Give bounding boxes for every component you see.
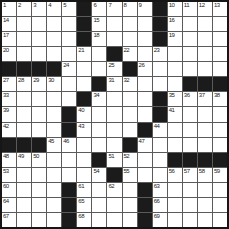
white-square-r10c11[interactable] <box>153 138 167 152</box>
clue-number-50: 50 <box>33 153 39 159</box>
white-square-r12c1[interactable]: 53 <box>2 168 16 182</box>
white-square-r1c7[interactable]: 6 <box>92 2 106 16</box>
white-square-r13c14[interactable] <box>198 183 212 197</box>
white-square-r8c15[interactable] <box>213 107 227 121</box>
white-square-r7c8[interactable] <box>107 92 121 106</box>
crossword-grid: 1234567891011121314151617181920212223242… <box>0 0 229 229</box>
white-square-r7c4[interactable] <box>47 92 61 106</box>
white-square-r15c14[interactable] <box>198 213 212 227</box>
white-square-r1c5[interactable]: 5 <box>62 2 76 16</box>
clue-number-42: 42 <box>3 123 9 129</box>
black-square-r5c3 <box>32 62 46 76</box>
white-square-r11c10[interactable] <box>138 153 152 167</box>
clue-number-61: 61 <box>78 183 84 189</box>
clue-number-49: 49 <box>18 153 24 159</box>
white-square-r13c3[interactable] <box>32 183 46 197</box>
black-square-r10c9 <box>123 138 137 152</box>
white-square-r5c13[interactable] <box>183 62 197 76</box>
white-square-r7c14[interactable]: 37 <box>198 92 212 106</box>
white-square-r1c9[interactable]: 8 <box>123 2 137 16</box>
white-square-r15c12[interactable] <box>168 213 182 227</box>
white-square-r2c1[interactable]: 14 <box>2 17 16 31</box>
white-square-r7c13[interactable]: 36 <box>183 92 197 106</box>
clue-number-26: 26 <box>139 62 145 68</box>
white-square-r3c15[interactable] <box>213 32 227 46</box>
black-square-r14c10 <box>138 198 152 212</box>
white-square-r3c4[interactable] <box>47 32 61 46</box>
clue-number-48: 48 <box>3 153 9 159</box>
white-square-r4c11[interactable]: 23 <box>153 47 167 61</box>
clue-number-38: 38 <box>214 92 220 98</box>
clue-number-43: 43 <box>78 123 84 129</box>
clue-number-4: 4 <box>48 2 51 8</box>
white-square-r5c14[interactable] <box>198 62 212 76</box>
white-square-r14c12[interactable] <box>168 198 182 212</box>
black-square-r11c12 <box>168 153 182 167</box>
white-square-r2c8[interactable] <box>107 17 121 31</box>
white-square-r13c8[interactable]: 62 <box>107 183 121 197</box>
white-square-r8c12[interactable]: 41 <box>168 107 182 121</box>
white-square-r15c7[interactable] <box>92 213 106 227</box>
white-square-r15c6[interactable]: 68 <box>77 213 91 227</box>
white-square-r8c4[interactable] <box>47 107 61 121</box>
white-square-r14c4[interactable] <box>47 198 61 212</box>
white-square-r5c7[interactable] <box>92 62 106 76</box>
white-square-r5c6[interactable] <box>77 62 91 76</box>
white-square-r3c13[interactable] <box>183 32 197 46</box>
white-square-r9c11[interactable]: 44 <box>153 123 167 137</box>
black-square-r5c9 <box>123 62 137 76</box>
white-square-r8c10[interactable] <box>138 107 152 121</box>
white-square-r9c14[interactable] <box>198 123 212 137</box>
clue-number-32: 32 <box>124 77 130 83</box>
white-square-r10c4[interactable]: 45 <box>47 138 61 152</box>
white-square-r15c2[interactable] <box>17 213 31 227</box>
white-square-r4c6[interactable]: 21 <box>77 47 91 61</box>
clue-number-1: 1 <box>3 2 6 8</box>
white-square-r14c7[interactable] <box>92 198 106 212</box>
white-square-r11c3[interactable]: 50 <box>32 153 46 167</box>
white-square-r15c11[interactable]: 69 <box>153 213 167 227</box>
white-square-r15c3[interactable] <box>32 213 46 227</box>
white-square-r2c15[interactable] <box>213 17 227 31</box>
white-square-r11c8[interactable]: 51 <box>107 153 121 167</box>
white-square-r15c8[interactable] <box>107 213 121 227</box>
white-square-r3c10[interactable] <box>138 32 152 46</box>
white-square-r4c5[interactable] <box>62 47 76 61</box>
black-square-r10c1 <box>2 138 16 152</box>
white-square-r7c12[interactable]: 35 <box>168 92 182 106</box>
black-square-r6c7 <box>92 77 106 91</box>
white-square-r2c7[interactable]: 15 <box>92 17 106 31</box>
white-square-r2c5[interactable] <box>62 17 76 31</box>
white-square-r9c7[interactable] <box>92 123 106 137</box>
black-square-r12c8 <box>107 168 121 182</box>
clue-number-19: 19 <box>169 32 175 38</box>
white-square-r5c12[interactable] <box>168 62 182 76</box>
white-square-r5c15[interactable] <box>213 62 227 76</box>
white-square-r4c14[interactable] <box>198 47 212 61</box>
white-square-r3c7[interactable]: 18 <box>92 32 106 46</box>
white-square-r6c3[interactable]: 29 <box>32 77 46 91</box>
white-square-r15c4[interactable] <box>47 213 61 227</box>
white-square-r10c7[interactable] <box>92 138 106 152</box>
white-square-r1c10[interactable]: 9 <box>138 2 152 16</box>
white-square-r1c15[interactable]: 13 <box>213 2 227 16</box>
white-square-r4c10[interactable] <box>138 47 152 61</box>
white-square-r2c4[interactable] <box>47 17 61 31</box>
black-square-r11c14 <box>198 153 212 167</box>
white-square-r3c8[interactable] <box>107 32 121 46</box>
white-square-r6c4[interactable]: 30 <box>47 77 61 91</box>
white-square-r7c7[interactable]: 34 <box>92 92 106 106</box>
clue-number-5: 5 <box>63 2 66 8</box>
white-square-r13c6[interactable]: 61 <box>77 183 91 197</box>
clue-number-12: 12 <box>199 2 205 8</box>
white-square-r14c2[interactable] <box>17 198 31 212</box>
black-square-r13c10 <box>138 183 152 197</box>
white-square-r13c15[interactable] <box>213 183 227 197</box>
white-square-r10c12[interactable] <box>168 138 182 152</box>
white-square-r6c2[interactable]: 28 <box>17 77 31 91</box>
white-square-r14c13[interactable] <box>183 198 197 212</box>
white-square-r2c9[interactable] <box>123 17 137 31</box>
white-square-r13c7[interactable] <box>92 183 106 197</box>
white-square-r10c6[interactable] <box>77 138 91 152</box>
clue-number-53: 53 <box>3 168 9 174</box>
white-square-r12c9[interactable]: 55 <box>123 168 137 182</box>
clue-number-47: 47 <box>139 138 145 144</box>
clue-number-27: 27 <box>3 77 9 83</box>
white-square-r7c2[interactable] <box>17 92 31 106</box>
white-square-r7c5[interactable] <box>62 92 76 106</box>
clue-number-52: 52 <box>124 153 130 159</box>
white-square-r5c5[interactable]: 24 <box>62 62 76 76</box>
clue-number-7: 7 <box>108 2 111 8</box>
clue-number-66: 66 <box>154 198 160 204</box>
white-square-r13c1[interactable]: 60 <box>2 183 16 197</box>
clue-number-63: 63 <box>154 183 160 189</box>
clue-number-10: 10 <box>169 2 175 8</box>
clue-number-45: 45 <box>48 138 54 144</box>
clue-number-30: 30 <box>48 77 54 83</box>
white-square-r6c11[interactable] <box>153 77 167 91</box>
black-square-r14c5 <box>62 198 76 212</box>
white-square-r8c6[interactable]: 40 <box>77 107 91 121</box>
white-square-r7c10[interactable] <box>138 92 152 106</box>
white-square-r4c4[interactable] <box>47 47 61 61</box>
white-square-r14c6[interactable]: 65 <box>77 198 91 212</box>
clue-number-64: 64 <box>3 198 9 204</box>
clue-number-9: 9 <box>139 2 142 8</box>
white-square-r9c4[interactable] <box>47 123 61 137</box>
white-square-r6c8[interactable]: 31 <box>107 77 121 91</box>
clue-number-59: 59 <box>214 168 220 174</box>
clue-number-29: 29 <box>33 77 39 83</box>
black-square-r15c5 <box>62 213 76 227</box>
clue-number-33: 33 <box>3 92 9 98</box>
white-square-r1c14[interactable]: 12 <box>198 2 212 16</box>
clue-number-69: 69 <box>154 213 160 219</box>
white-square-r3c2[interactable] <box>17 32 31 46</box>
white-square-r9c6[interactable]: 43 <box>77 123 91 137</box>
clue-number-22: 22 <box>124 47 130 53</box>
white-square-r7c1[interactable]: 33 <box>2 92 16 106</box>
clue-number-15: 15 <box>93 17 99 23</box>
black-square-r9c5 <box>62 123 76 137</box>
white-square-r7c15[interactable]: 38 <box>213 92 227 106</box>
white-square-r6c10[interactable] <box>138 77 152 91</box>
white-square-r12c7[interactable]: 54 <box>92 168 106 182</box>
clue-number-51: 51 <box>108 153 114 159</box>
white-square-r10c15[interactable] <box>213 138 227 152</box>
white-square-r4c15[interactable] <box>213 47 227 61</box>
white-square-r7c9[interactable] <box>123 92 137 106</box>
white-square-r2c14[interactable] <box>198 17 212 31</box>
white-square-r1c12[interactable]: 10 <box>168 2 182 16</box>
black-square-r11c13 <box>183 153 197 167</box>
white-square-r5c10[interactable]: 26 <box>138 62 152 76</box>
white-square-r9c13[interactable] <box>183 123 197 137</box>
clue-number-16: 16 <box>169 17 175 23</box>
white-square-r13c2[interactable] <box>17 183 31 197</box>
white-square-r6c12[interactable] <box>168 77 182 91</box>
white-square-r1c4[interactable]: 4 <box>47 2 61 16</box>
white-square-r13c11[interactable]: 63 <box>153 183 167 197</box>
white-square-r12c4[interactable] <box>47 168 61 182</box>
white-square-r11c9[interactable]: 52 <box>123 153 137 167</box>
clue-number-34: 34 <box>93 92 99 98</box>
white-square-r2c3[interactable] <box>32 17 46 31</box>
white-square-r14c9[interactable] <box>123 198 137 212</box>
clue-number-6: 6 <box>93 2 96 8</box>
black-square-r5c2 <box>17 62 31 76</box>
black-square-r10c2 <box>17 138 31 152</box>
clue-number-3: 3 <box>33 2 36 8</box>
white-square-r8c13[interactable] <box>183 107 197 121</box>
white-square-r1c3[interactable]: 3 <box>32 2 46 16</box>
clue-number-60: 60 <box>3 183 9 189</box>
black-square-r3c11 <box>153 32 167 46</box>
white-square-r1c13[interactable]: 11 <box>183 2 197 16</box>
black-square-r2c11 <box>153 17 167 31</box>
white-square-r4c3[interactable] <box>32 47 46 61</box>
white-square-r4c2[interactable] <box>17 47 31 61</box>
black-square-r3c6 <box>77 32 91 46</box>
white-square-r11c1[interactable]: 48 <box>2 153 16 167</box>
white-square-r2c10[interactable] <box>138 17 152 31</box>
white-square-r10c5[interactable]: 46 <box>62 138 76 152</box>
white-square-r3c14[interactable] <box>198 32 212 46</box>
clue-number-57: 57 <box>184 168 190 174</box>
black-square-r6c15 <box>213 77 227 91</box>
clue-number-40: 40 <box>78 107 84 113</box>
clue-number-8: 8 <box>124 2 127 8</box>
clue-number-44: 44 <box>154 123 160 129</box>
white-square-r11c6[interactable] <box>77 153 91 167</box>
black-square-r5c4 <box>47 62 61 76</box>
white-square-r13c4[interactable] <box>47 183 61 197</box>
white-square-r4c12[interactable] <box>168 47 182 61</box>
white-square-r14c1[interactable]: 64 <box>2 198 16 212</box>
white-square-r5c8[interactable]: 25 <box>107 62 121 76</box>
clue-number-18: 18 <box>93 32 99 38</box>
white-square-r6c5[interactable] <box>62 77 76 91</box>
white-square-r11c11[interactable] <box>153 153 167 167</box>
white-square-r13c9[interactable] <box>123 183 137 197</box>
white-square-r6c6[interactable] <box>77 77 91 91</box>
white-square-r8c2[interactable] <box>17 107 31 121</box>
white-square-r9c1[interactable]: 42 <box>2 123 16 137</box>
black-square-r7c11 <box>153 92 167 106</box>
white-square-r3c3[interactable] <box>32 32 46 46</box>
black-square-r9c10 <box>138 123 152 137</box>
white-square-r11c2[interactable]: 49 <box>17 153 31 167</box>
clue-number-54: 54 <box>93 168 99 174</box>
black-square-r2c6 <box>77 17 91 31</box>
white-square-r13c12[interactable] <box>168 183 182 197</box>
white-square-r12c10[interactable] <box>138 168 152 182</box>
clue-number-24: 24 <box>63 62 69 68</box>
black-square-r1c6 <box>77 2 91 16</box>
white-square-r13c13[interactable] <box>183 183 197 197</box>
white-square-r6c1[interactable]: 27 <box>2 77 16 91</box>
clue-number-25: 25 <box>108 62 114 68</box>
black-square-r7c6 <box>77 92 91 106</box>
clue-number-55: 55 <box>124 168 130 174</box>
black-square-r15c10 <box>138 213 152 227</box>
clue-number-36: 36 <box>184 92 190 98</box>
white-square-r10c13[interactable] <box>183 138 197 152</box>
clue-number-41: 41 <box>169 107 175 113</box>
white-square-r12c14[interactable]: 58 <box>198 168 212 182</box>
white-square-r9c15[interactable] <box>213 123 227 137</box>
clue-number-62: 62 <box>108 183 114 189</box>
white-square-r11c4[interactable] <box>47 153 61 167</box>
white-square-r10c8[interactable] <box>107 138 121 152</box>
black-square-r8c5 <box>62 107 76 121</box>
white-square-r4c13[interactable] <box>183 47 197 61</box>
white-square-r3c9[interactable] <box>123 32 137 46</box>
clue-number-65: 65 <box>78 198 84 204</box>
white-square-r4c7[interactable] <box>92 47 106 61</box>
clue-number-67: 67 <box>3 213 9 219</box>
black-square-r11c15 <box>213 153 227 167</box>
white-square-r12c3[interactable] <box>32 168 46 182</box>
white-square-r8c3[interactable] <box>32 107 46 121</box>
white-square-r12c11[interactable] <box>153 168 167 182</box>
white-square-r12c15[interactable]: 59 <box>213 168 227 182</box>
white-square-r4c9[interactable]: 22 <box>123 47 137 61</box>
white-square-r3c5[interactable] <box>62 32 76 46</box>
white-square-r7c3[interactable] <box>32 92 46 106</box>
white-square-r1c1[interactable]: 1 <box>2 2 16 16</box>
black-square-r8c11 <box>153 107 167 121</box>
clue-number-23: 23 <box>154 47 160 53</box>
black-square-r6c13 <box>183 77 197 91</box>
white-square-r6c9[interactable]: 32 <box>123 77 137 91</box>
white-square-r2c2[interactable] <box>17 17 31 31</box>
white-square-r2c13[interactable] <box>183 17 197 31</box>
clue-number-39: 39 <box>3 107 9 113</box>
white-square-r12c2[interactable] <box>17 168 31 182</box>
clue-number-13: 13 <box>214 2 220 8</box>
white-square-r12c5[interactable] <box>62 168 76 182</box>
black-square-r4c8 <box>107 47 121 61</box>
white-square-r8c9[interactable] <box>123 107 137 121</box>
white-square-r9c9[interactable] <box>123 123 137 137</box>
white-square-r12c12[interactable]: 56 <box>168 168 182 182</box>
white-square-r10c10[interactable]: 47 <box>138 138 152 152</box>
clue-number-56: 56 <box>169 168 175 174</box>
clue-number-37: 37 <box>199 92 205 98</box>
white-square-r3c1[interactable]: 17 <box>2 32 16 46</box>
white-square-r15c9[interactable] <box>123 213 137 227</box>
white-square-r12c6[interactable] <box>77 168 91 182</box>
white-square-r1c2[interactable]: 2 <box>17 2 31 16</box>
white-square-r5c11[interactable] <box>153 62 167 76</box>
white-square-r14c8[interactable] <box>107 198 121 212</box>
white-square-r9c2[interactable] <box>17 123 31 137</box>
white-square-r14c15[interactable] <box>213 198 227 212</box>
white-square-r15c13[interactable] <box>183 213 197 227</box>
white-square-r14c3[interactable] <box>32 198 46 212</box>
black-square-r1c11 <box>153 2 167 16</box>
black-square-r5c1 <box>2 62 16 76</box>
black-square-r11c7 <box>92 153 106 167</box>
black-square-r10c3 <box>32 138 46 152</box>
white-square-r8c1[interactable]: 39 <box>2 107 16 121</box>
clue-number-28: 28 <box>18 77 24 83</box>
white-square-r8c14[interactable] <box>198 107 212 121</box>
black-square-r13c5 <box>62 183 76 197</box>
white-square-r14c11[interactable]: 66 <box>153 198 167 212</box>
white-square-r14c14[interactable] <box>198 198 212 212</box>
clue-number-21: 21 <box>78 47 84 53</box>
white-square-r12c13[interactable]: 57 <box>183 168 197 182</box>
white-square-r15c1[interactable]: 67 <box>2 213 16 227</box>
clue-number-2: 2 <box>18 2 21 8</box>
white-square-r9c3[interactable] <box>32 123 46 137</box>
white-square-r3c12[interactable]: 19 <box>168 32 182 46</box>
white-square-r9c8[interactable] <box>107 123 121 137</box>
black-square-r6c14 <box>198 77 212 91</box>
clue-number-31: 31 <box>108 77 114 83</box>
clue-number-20: 20 <box>3 47 9 53</box>
white-square-r10c14[interactable] <box>198 138 212 152</box>
clue-number-46: 46 <box>63 138 69 144</box>
clue-number-58: 58 <box>199 168 205 174</box>
white-square-r1c8[interactable]: 7 <box>107 2 121 16</box>
clue-number-11: 11 <box>184 2 189 8</box>
white-square-r8c7[interactable] <box>92 107 106 121</box>
white-square-r8c8[interactable] <box>107 107 121 121</box>
clue-number-35: 35 <box>169 92 175 98</box>
white-square-r4c1[interactable]: 20 <box>2 47 16 61</box>
white-square-r15c15[interactable] <box>213 213 227 227</box>
clue-number-17: 17 <box>3 32 9 38</box>
clue-number-68: 68 <box>78 213 84 219</box>
white-square-r2c12[interactable]: 16 <box>168 17 182 31</box>
white-square-r11c5[interactable] <box>62 153 76 167</box>
clue-number-14: 14 <box>3 17 9 23</box>
white-square-r9c12[interactable] <box>168 123 182 137</box>
